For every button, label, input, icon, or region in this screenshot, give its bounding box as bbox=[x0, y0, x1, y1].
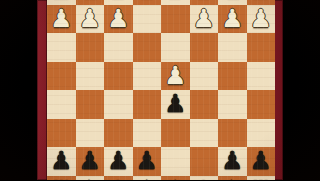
square-h6[interactable] bbox=[47, 119, 76, 148]
square-g2[interactable]: ♟ bbox=[76, 5, 105, 34]
square-c3[interactable] bbox=[190, 33, 219, 62]
square-d6[interactable] bbox=[161, 119, 190, 148]
square-d8[interactable]: ♛ bbox=[161, 176, 190, 181]
square-h3[interactable] bbox=[47, 33, 76, 62]
piece-bP-g7: ♟ bbox=[79, 147, 101, 176]
piece-wP-a2: ♟ bbox=[250, 5, 272, 34]
square-b8[interactable]: ♞ bbox=[218, 176, 247, 181]
square-g5[interactable] bbox=[76, 90, 105, 119]
piece-wP-f2: ♟ bbox=[107, 5, 129, 34]
square-d5[interactable]: ♟ bbox=[161, 90, 190, 119]
piece-bB-c8: ♝ bbox=[193, 176, 215, 181]
piece-bP-a7: ♟ bbox=[250, 147, 272, 176]
piece-bB-f8: ♝ bbox=[107, 176, 129, 181]
square-c5[interactable] bbox=[190, 90, 219, 119]
square-e6[interactable] bbox=[133, 119, 162, 148]
piece-bP-f7: ♟ bbox=[107, 147, 129, 176]
square-f4[interactable] bbox=[104, 62, 133, 91]
piece-wP-b2: ♟ bbox=[221, 5, 243, 34]
square-e3[interactable] bbox=[133, 33, 162, 62]
square-a7[interactable]: ♟ bbox=[247, 147, 276, 176]
square-b7[interactable]: ♟ bbox=[218, 147, 247, 176]
piece-wP-c2: ♟ bbox=[193, 5, 215, 34]
square-d4[interactable]: ♟ bbox=[161, 62, 190, 91]
piece-bR-a8: ♜ bbox=[250, 176, 272, 181]
square-f6[interactable] bbox=[104, 119, 133, 148]
piece-bK-e8: ♚ bbox=[136, 176, 158, 181]
square-c8[interactable]: ♝ bbox=[190, 176, 219, 181]
square-a5[interactable] bbox=[247, 90, 276, 119]
piece-wP-g2: ♟ bbox=[79, 5, 101, 34]
square-e8[interactable]: ♚ bbox=[133, 176, 162, 181]
square-g3[interactable] bbox=[76, 33, 105, 62]
square-a6[interactable] bbox=[247, 119, 276, 148]
square-f8[interactable]: ♝ bbox=[104, 176, 133, 181]
piece-wP-d4: ♟ bbox=[164, 62, 186, 91]
square-e7[interactable]: ♟ bbox=[133, 147, 162, 176]
square-b3[interactable] bbox=[218, 33, 247, 62]
square-g6[interactable] bbox=[76, 119, 105, 148]
square-h5[interactable] bbox=[47, 90, 76, 119]
square-b6[interactable] bbox=[218, 119, 247, 148]
square-f2[interactable]: ♟ bbox=[104, 5, 133, 34]
square-b2[interactable]: ♟ bbox=[218, 5, 247, 34]
square-f7[interactable]: ♟ bbox=[104, 147, 133, 176]
square-h4[interactable] bbox=[47, 62, 76, 91]
square-a4[interactable] bbox=[247, 62, 276, 91]
square-e5[interactable] bbox=[133, 90, 162, 119]
square-d3[interactable] bbox=[161, 33, 190, 62]
square-f5[interactable] bbox=[104, 90, 133, 119]
square-f3[interactable] bbox=[104, 33, 133, 62]
square-c7[interactable] bbox=[190, 147, 219, 176]
square-b4[interactable] bbox=[218, 62, 247, 91]
square-b5[interactable] bbox=[218, 90, 247, 119]
piece-bN-b8: ♞ bbox=[221, 176, 243, 181]
square-h8[interactable]: ♜ bbox=[47, 176, 76, 181]
piece-wP-h2: ♟ bbox=[50, 5, 72, 34]
piece-bP-b7: ♟ bbox=[221, 147, 243, 176]
piece-bP-h7: ♟ bbox=[50, 147, 72, 176]
square-d2[interactable] bbox=[161, 5, 190, 34]
piece-bP-d5: ♟ bbox=[164, 90, 186, 119]
square-h2[interactable]: ♟ bbox=[47, 5, 76, 34]
chess-board: ♜♞♝♚♛♝♞♜♟♟♟♟♟♟♟♟♟♟♟♟♟♟♜♞♝♚♛♝♞♜ bbox=[47, 0, 275, 180]
square-e4[interactable] bbox=[133, 62, 162, 91]
square-g8[interactable]: ♞ bbox=[76, 176, 105, 181]
square-a2[interactable]: ♟ bbox=[247, 5, 276, 34]
piece-bP-e7: ♟ bbox=[136, 147, 158, 176]
square-c2[interactable]: ♟ bbox=[190, 5, 219, 34]
square-g4[interactable] bbox=[76, 62, 105, 91]
piece-bR-h8: ♜ bbox=[50, 176, 72, 181]
square-a3[interactable] bbox=[247, 33, 276, 62]
screenshot-stage: ♜♞♝♚♛♝♞♜♟♟♟♟♟♟♟♟♟♟♟♟♟♟♜♞♝♚♛♝♞♜ bbox=[0, 0, 320, 180]
square-c4[interactable] bbox=[190, 62, 219, 91]
square-h7[interactable]: ♟ bbox=[47, 147, 76, 176]
square-e2[interactable] bbox=[133, 5, 162, 34]
square-c6[interactable] bbox=[190, 119, 219, 148]
piece-bN-g8: ♞ bbox=[79, 176, 101, 181]
square-a8[interactable]: ♜ bbox=[247, 176, 276, 181]
piece-bQ-d8: ♛ bbox=[164, 176, 186, 181]
square-g7[interactable]: ♟ bbox=[76, 147, 105, 176]
square-d7[interactable] bbox=[161, 147, 190, 176]
